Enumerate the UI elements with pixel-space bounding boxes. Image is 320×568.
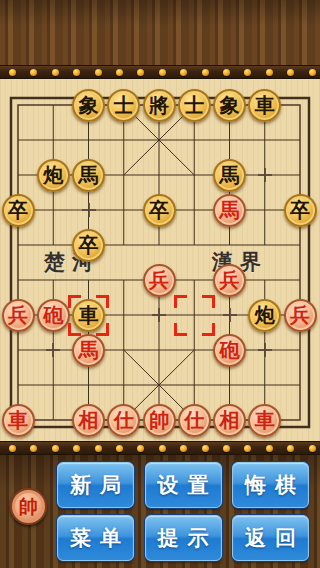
point-marker-cross (82, 203, 96, 217)
piece-black-卒[interactable]: 卒 (72, 229, 105, 262)
piece-red-兵[interactable]: 兵 (284, 299, 317, 332)
last-move-to-marker (68, 295, 109, 336)
bottom-studded-rail (0, 441, 320, 455)
piece-red-馬[interactable]: 馬 (72, 334, 105, 367)
rail-stud (309, 69, 316, 76)
control-buttons: 新局 设置 悔棋 菜单 提示 返回 (57, 462, 309, 561)
piece-black-卒[interactable]: 卒 (143, 194, 176, 227)
rail-stud (180, 69, 187, 76)
rail-stud (202, 69, 209, 76)
point-marker-cross (152, 308, 166, 322)
rail-stud (159, 69, 166, 76)
piece-red-仕[interactable]: 仕 (178, 404, 211, 437)
bracket-corner (174, 323, 187, 336)
rail-stud (223, 69, 230, 76)
rail-stud (116, 445, 123, 452)
rail-stud (287, 445, 294, 452)
bracket-corner (174, 295, 187, 308)
rail-stud (244, 69, 251, 76)
turn-indicator-red-general: 帥 (10, 488, 47, 525)
point-marker-cross (46, 343, 60, 357)
rail-stud (287, 69, 294, 76)
rail-stud (30, 69, 37, 76)
point-marker-cross (258, 168, 272, 182)
rail-stud (95, 69, 102, 76)
rail-stud (9, 69, 16, 76)
point-marker-cross (223, 308, 237, 322)
top-studded-rail (0, 65, 320, 79)
rail-stud (159, 445, 166, 452)
rail-stud (137, 69, 144, 76)
piece-black-卒[interactable]: 卒 (2, 194, 35, 227)
piece-red-兵[interactable]: 兵 (2, 299, 35, 332)
bracket-corner (202, 323, 215, 336)
piece-red-相[interactable]: 相 (72, 404, 105, 437)
bracket-corner (96, 323, 109, 336)
piece-black-炮[interactable]: 炮 (248, 299, 281, 332)
rail-stud (52, 69, 59, 76)
rail-stud (95, 445, 102, 452)
point-marker-cross (258, 343, 272, 357)
piece-black-將[interactable]: 將 (143, 89, 176, 122)
menu-button[interactable]: 菜单 (57, 515, 134, 561)
rail-stud (266, 445, 273, 452)
bracket-corner (68, 323, 81, 336)
piece-red-車[interactable]: 車 (2, 404, 35, 437)
piece-black-炮[interactable]: 炮 (37, 159, 70, 192)
piece-black-車[interactable]: 車 (248, 89, 281, 122)
settings-button[interactable]: 设置 (145, 462, 222, 508)
rail-stud (244, 445, 251, 452)
xiangqi-app: 楚河 漢界 象士將士象車炮馬馬卒卒馬卒卒兵兵兵砲車炮兵馬砲車相仕帥仕相車 帥 新… (0, 0, 320, 568)
rail-stud (9, 445, 16, 452)
piece-red-砲[interactable]: 砲 (213, 334, 246, 367)
bracket-corner (202, 295, 215, 308)
rail-stud (202, 445, 209, 452)
undo-move-button[interactable]: 悔棋 (232, 462, 309, 508)
rail-stud (52, 445, 59, 452)
new-game-button[interactable]: 新局 (57, 462, 134, 508)
piece-red-兵[interactable]: 兵 (213, 264, 246, 297)
piece-black-士[interactable]: 士 (178, 89, 211, 122)
piece-red-帥[interactable]: 帥 (143, 404, 176, 437)
piece-black-馬[interactable]: 馬 (72, 159, 105, 192)
top-wood-panel (0, 0, 320, 65)
piece-black-士[interactable]: 士 (107, 89, 140, 122)
piece-black-馬[interactable]: 馬 (213, 159, 246, 192)
piece-red-砲[interactable]: 砲 (37, 299, 70, 332)
xiangqi-board[interactable]: 楚河 漢界 象士將士象車炮馬馬卒卒馬卒卒兵兵兵砲車炮兵馬砲車相仕帥仕相車 (0, 79, 320, 441)
last-move-from-marker (174, 295, 215, 336)
piece-red-馬[interactable]: 馬 (213, 194, 246, 227)
piece-red-兵[interactable]: 兵 (143, 264, 176, 297)
rail-stud (266, 69, 273, 76)
rail-stud (73, 69, 80, 76)
rail-stud (180, 445, 187, 452)
rail-stud (137, 445, 144, 452)
piece-red-車[interactable]: 車 (248, 404, 281, 437)
bracket-corner (68, 295, 81, 308)
piece-red-仕[interactable]: 仕 (107, 404, 140, 437)
rail-stud (73, 445, 80, 452)
hint-button[interactable]: 提示 (145, 515, 222, 561)
bracket-corner (96, 295, 109, 308)
piece-black-卒[interactable]: 卒 (284, 194, 317, 227)
piece-red-相[interactable]: 相 (213, 404, 246, 437)
piece-black-象[interactable]: 象 (72, 89, 105, 122)
rail-stud (116, 69, 123, 76)
back-button[interactable]: 返回 (232, 515, 309, 561)
piece-black-象[interactable]: 象 (213, 89, 246, 122)
rail-stud (30, 445, 37, 452)
rail-stud (309, 445, 316, 452)
rail-stud (223, 445, 230, 452)
